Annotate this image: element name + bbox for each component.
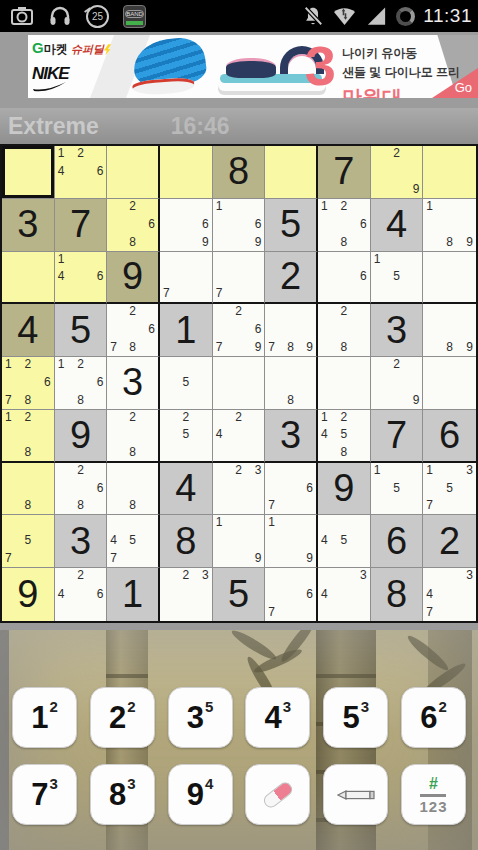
given-digit: 1 [160, 304, 212, 356]
pencil-marks: 67 [265, 568, 316, 621]
given-digit: 2 [423, 515, 476, 567]
pencil-marks: 29 [371, 146, 423, 198]
cell-r6c7[interactable]: 12458 [318, 410, 371, 463]
digit-key-3[interactable]: 35 [168, 687, 233, 748]
digit-key-7[interactable]: 73 [12, 764, 77, 825]
cell-r2c2[interactable]: 7 [55, 199, 108, 252]
cell-r3c9[interactable] [423, 252, 476, 305]
given-digit: 4 [371, 199, 423, 251]
given-digit: 3 [265, 410, 316, 461]
pencil-marks: 2679 [213, 304, 265, 356]
given-digit: 7 [55, 199, 107, 251]
cell-r3c2[interactable]: 146 [55, 252, 108, 305]
given-digit: 9 [55, 410, 107, 461]
key-digit: 7 [31, 777, 48, 813]
cell-r9c2[interactable]: 246 [55, 568, 108, 621]
sudoku-app-screen: 25 BAND 11:31 G마켓 슈퍼딜 NIKE 3 [0, 0, 478, 850]
cell-r2c6[interactable]: 5 [265, 199, 318, 252]
cell-r1c8[interactable]: 29 [371, 146, 424, 199]
digit-key-6[interactable]: 62 [401, 687, 466, 748]
pencil-marks: 12458 [318, 410, 370, 461]
cell-r6c2[interactable]: 9 [55, 410, 108, 463]
cell-r7c2[interactable]: 268 [55, 463, 108, 516]
cell-r7c9[interactable]: 1357 [423, 463, 476, 516]
clock: 11:31 [423, 5, 472, 27]
pencil-marks: 69 [160, 199, 212, 251]
key-digit: 9 [187, 777, 204, 813]
cell-r7c5[interactable]: 23 [213, 463, 266, 516]
given-digit: 3 [2, 199, 54, 251]
camera-icon [10, 4, 34, 28]
pencil-marks: 7 [213, 252, 265, 303]
ad-banner[interactable]: G마켓 슈퍼딜 NIKE 3 나이키 유아동 샌들 및 다이나모 프리 만원대 … [28, 35, 478, 98]
given-digit: 4 [2, 304, 54, 356]
notification-icons: 25 BAND [0, 4, 146, 28]
cell-r2c4[interactable]: 69 [160, 199, 213, 252]
cell-r2c8[interactable]: 4 [371, 199, 424, 252]
pencil-marks: 1357 [423, 463, 476, 515]
nike-logo: NIKE [32, 64, 124, 92]
cell-r9c8[interactable]: 8 [371, 568, 424, 621]
ad-line2: 샌들 및 다이나모 프리 [342, 64, 460, 81]
superdeal-logo: 슈퍼딜 [71, 42, 104, 57]
pencil-marks: 246 [55, 568, 107, 621]
key-digit: 2 [109, 700, 126, 736]
pencil-marks: 28 [107, 410, 158, 461]
cell-r8c6[interactable]: 19 [265, 515, 318, 568]
cell-r6c8[interactable]: 7 [371, 410, 424, 463]
user-digit: 3 [107, 357, 158, 409]
cell-r1c9[interactable] [423, 146, 476, 199]
pencil-marks: 19 [213, 515, 265, 567]
cell-r7c4[interactable]: 4 [160, 463, 213, 516]
digit-key-8[interactable]: 83 [90, 764, 155, 825]
cell-r5c4[interactable]: 5 [160, 357, 213, 410]
given-digit: 5 [265, 199, 316, 251]
cell-r8c4[interactable]: 8 [160, 515, 213, 568]
given-digit: 2 [265, 252, 316, 303]
cell-r5c3[interactable]: 3 [107, 357, 160, 410]
cell-r6c5[interactable]: 24 [213, 410, 266, 463]
cell-r3c4[interactable]: 7 [160, 252, 213, 305]
cell-r3c6[interactable]: 2 [265, 252, 318, 305]
cell-r9c5[interactable]: 5 [213, 568, 266, 621]
given-digit: 6 [423, 410, 476, 461]
cell-r6c6[interactable]: 3 [265, 410, 318, 463]
key-count: 3 [361, 698, 369, 715]
pencil-marks: 8 [107, 463, 158, 515]
cell-r3c7[interactable]: 6 [318, 252, 371, 305]
cell-r5c8[interactable]: 29 [371, 357, 424, 410]
system-status-icons: 11:31 [302, 0, 472, 32]
cell-r3c1[interactable] [2, 252, 55, 305]
cell-r4c4[interactable]: 1 [160, 304, 213, 357]
key-digit: 4 [265, 700, 282, 736]
cell-r5c1[interactable]: 12678 [2, 357, 55, 410]
candidate-mode-button[interactable]: # 123 [401, 764, 466, 825]
gmarket-logo: G마켓 슈퍼딜 [32, 39, 124, 58]
cell-r7c7[interactable]: 9 [318, 463, 371, 516]
pencil-marks: 57 [2, 515, 54, 567]
cell-r9c4[interactable]: 23 [160, 568, 213, 621]
ad-line1: 나이키 유아동 [342, 45, 460, 62]
eraser-icon [261, 779, 295, 810]
cell-r8c2[interactable]: 3 [55, 515, 108, 568]
cell-r2c1[interactable]: 3 [2, 199, 55, 252]
band-label: BAND [125, 10, 144, 18]
cell-r8c7[interactable]: 45 [318, 515, 371, 568]
given-digit: 1 [107, 568, 158, 621]
cell-r1c7[interactable]: 7 [318, 146, 371, 199]
eraser-button[interactable] [245, 764, 310, 825]
pencil-marks: 29 [371, 357, 423, 409]
price-number: 3 [305, 39, 336, 98]
cell-r1c3[interactable] [107, 146, 160, 199]
cell-r2c3[interactable]: 268 [107, 199, 160, 252]
bell-muted-icon [302, 4, 324, 28]
cell-r8c3[interactable]: 457 [107, 515, 160, 568]
digit-key-9[interactable]: 94 [168, 764, 233, 825]
ad-logos: G마켓 슈퍼딜 NIKE [32, 39, 124, 92]
given-digit: 6 [371, 515, 423, 567]
pencil-marks: 2678 [107, 304, 158, 356]
cell-r8c8[interactable]: 6 [371, 515, 424, 568]
cell-r4c1[interactable]: 4 [2, 304, 55, 357]
given-digit: 8 [160, 515, 212, 567]
key-count: 2 [49, 698, 57, 715]
key-digit: 8 [109, 777, 126, 813]
pencil-marks: 6 [318, 252, 370, 303]
hash-123-icon: # 123 [419, 776, 447, 814]
key-digit: 1 [31, 700, 48, 736]
given-digit: 4 [160, 463, 212, 515]
pencil-marks: 268 [55, 463, 107, 515]
pencil-marks: 268 [107, 199, 158, 251]
pencil-marks: 189 [423, 199, 476, 251]
cell-r4c8[interactable]: 3 [371, 304, 424, 357]
user-digit: 9 [2, 568, 54, 621]
gauge-25-icon: 25 [86, 5, 109, 28]
cell-r8c5[interactable]: 19 [213, 515, 266, 568]
cell-r4c9[interactable]: 89 [423, 304, 476, 357]
cell-r9c9[interactable]: 347 [423, 568, 476, 621]
key-digit: 6 [420, 700, 437, 736]
blue-sneaker-photo [127, 35, 215, 98]
pencil-marks: 1268 [55, 357, 107, 409]
pencil-marks: 169 [213, 199, 265, 251]
given-digit: 9 [107, 252, 158, 303]
pencil-marks: 24 [213, 410, 265, 461]
cell-r3c8[interactable]: 15 [371, 252, 424, 305]
ad-banner-area: G마켓 슈퍼딜 NIKE 3 나이키 유아동 샌들 및 다이나모 프리 만원대 … [0, 32, 478, 108]
cell-r1c5[interactable]: 8 [213, 146, 266, 199]
digit-key-5[interactable]: 53 [323, 687, 388, 748]
cell-r8c9[interactable]: 2 [423, 515, 476, 568]
cell-r8c1[interactable]: 57 [2, 515, 55, 568]
signal-icon [365, 4, 388, 28]
key-count: 2 [127, 698, 135, 715]
given-digit: 3 [371, 304, 423, 356]
digit-key-1[interactable]: 12 [12, 687, 77, 748]
pencil-marks: 15 [371, 463, 423, 515]
pencil-marks: 67 [265, 463, 316, 515]
cell-r9c3[interactable]: 1 [107, 568, 160, 621]
given-digit: 8 [371, 568, 423, 621]
cell-r5c7[interactable] [318, 357, 371, 410]
key-digit: 5 [342, 700, 359, 736]
pencil-marks: 15 [371, 252, 423, 303]
given-digit: 7 [318, 146, 370, 198]
given-digit: 7 [371, 410, 423, 461]
given-digit: 9 [318, 463, 370, 515]
pencil-marks: 789 [265, 304, 316, 356]
cell-r9c6[interactable]: 67 [265, 568, 318, 621]
cell-r4c2[interactable]: 5 [55, 304, 108, 357]
difficulty-label: Extreme [8, 113, 99, 140]
cell-r6c9[interactable]: 6 [423, 410, 476, 463]
pencil-marks: 19 [265, 515, 316, 567]
cell-r5c2[interactable]: 1268 [55, 357, 108, 410]
pencil-marks: 1246 [55, 146, 107, 198]
headphones-icon [48, 4, 72, 28]
cell-r7c8[interactable]: 15 [371, 463, 424, 516]
keypad-area: 122235435362738394 # 123 [0, 623, 478, 850]
sudoku-board: 1246872937268691695126841891469772615452… [0, 144, 478, 623]
cell-r7c3[interactable]: 8 [107, 463, 160, 516]
cell-r4c3[interactable]: 2678 [107, 304, 160, 357]
cell-r3c3[interactable]: 9 [107, 252, 160, 305]
digit-key-4[interactable]: 43 [245, 687, 310, 748]
digit-key-2[interactable]: 22 [90, 687, 155, 748]
cell-r5c6[interactable]: 8 [265, 357, 318, 410]
pencil-marks: 8 [2, 463, 54, 515]
cell-r9c1[interactable]: 9 [2, 568, 55, 621]
key-count: 2 [438, 698, 446, 715]
pencil-marks: 45 [318, 515, 370, 567]
key-count: 3 [283, 698, 291, 715]
data-circle-icon [396, 7, 415, 26]
given-digit: 5 [213, 568, 265, 621]
lightning-icon [104, 44, 111, 55]
cell-r1c1[interactable] [2, 146, 55, 199]
pencil-marks: 89 [423, 304, 476, 356]
pencil-marks: 128 [2, 410, 54, 461]
given-digit: 5 [55, 304, 107, 356]
cell-r2c7[interactable]: 1268 [318, 199, 371, 252]
pencil-marks: 25 [160, 410, 212, 461]
ad-offer-text: 3 나이키 유아동 샌들 및 다이나모 프리 만원대 [305, 39, 460, 98]
key-count: 5 [205, 698, 213, 715]
cell-r1c4[interactable] [160, 146, 213, 199]
key-count: 3 [127, 775, 135, 792]
cell-r4c7[interactable]: 28 [318, 304, 371, 357]
pencil-marks: 34 [318, 568, 370, 621]
pencil-marks: 12678 [2, 357, 54, 409]
given-digit: 3 [55, 515, 107, 567]
timer: 16:46 [171, 113, 230, 140]
pencil-marks: 457 [107, 515, 158, 567]
number-keypad: 122235435362738394 # 123 [0, 630, 478, 825]
band-app-icon: BAND [123, 5, 146, 28]
pencil-marks: 23 [160, 568, 212, 621]
cell-r1c6[interactable] [265, 146, 318, 199]
gauge-value: 25 [92, 11, 103, 22]
key-count: 3 [49, 775, 57, 792]
pencil-marks: 146 [55, 252, 107, 303]
cell-r3c5[interactable]: 7 [213, 252, 266, 305]
cell-r9c7[interactable]: 34 [318, 568, 371, 621]
wifi-icon [332, 4, 357, 28]
cell-r2c9[interactable]: 189 [423, 199, 476, 252]
pencil-marks: 7 [160, 252, 212, 303]
pencil-button[interactable] [323, 764, 388, 825]
pencil-marks: 347 [423, 568, 476, 621]
given-digit: 8 [213, 146, 265, 198]
cell-r4c5[interactable]: 2679 [213, 304, 266, 357]
status-bar: 25 BAND 11:31 [0, 0, 478, 32]
cell-r6c3[interactable]: 28 [107, 410, 160, 463]
game-header: Extreme 16:46 [0, 108, 478, 144]
pencil-icon [337, 788, 375, 802]
cell-r6c4[interactable]: 25 [160, 410, 213, 463]
cell-r2c5[interactable]: 169 [213, 199, 266, 252]
cell-r4c6[interactable]: 789 [265, 304, 318, 357]
cell-r5c9[interactable] [423, 357, 476, 410]
pencil-marks: 1268 [318, 199, 370, 251]
cell-r7c1[interactable]: 8 [2, 463, 55, 516]
cell-r5c5[interactable] [213, 357, 266, 410]
cell-r1c2[interactable]: 1246 [55, 146, 108, 199]
cell-r6c1[interactable]: 128 [2, 410, 55, 463]
key-count: 4 [205, 775, 213, 792]
pencil-marks: 23 [213, 463, 265, 515]
pencil-marks: 5 [160, 357, 212, 409]
key-digit: 3 [187, 700, 204, 736]
pencil-marks: 8 [265, 357, 316, 409]
cell-r7c6[interactable]: 67 [265, 463, 318, 516]
pencil-marks: 28 [318, 304, 370, 356]
